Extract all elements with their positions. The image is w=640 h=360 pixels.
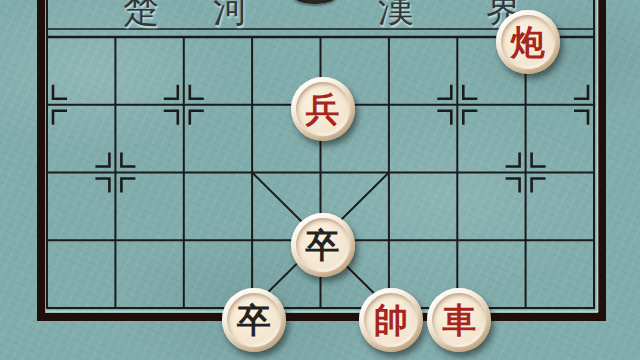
piece-red-general-f10[interactable]: 帥 xyxy=(359,288,423,352)
piece-red-cannon-h6[interactable]: 炮 xyxy=(496,10,560,74)
piece-glyph: 炮 xyxy=(511,25,545,59)
piece-red-chariot-g10[interactable]: 車 xyxy=(427,288,491,352)
piece-glyph: 兵 xyxy=(306,92,340,126)
piece-glyph: 卒 xyxy=(306,228,340,262)
river-char-he: 河 xyxy=(207,0,255,31)
piece-black-soldier-d10[interactable]: 卒 xyxy=(222,288,286,352)
piece-black-soldier-e9[interactable]: 卒 xyxy=(291,213,355,277)
river-char-chu: 楚 xyxy=(117,0,165,31)
piece-glyph: 車 xyxy=(442,303,476,337)
river-char-han: 漢 xyxy=(372,0,420,31)
xiangqi-board: 楚 河 漢 界 炮 兵 卒 卒 帥 車 xyxy=(0,0,640,360)
piece-glyph: 卒 xyxy=(237,303,271,337)
piece-red-soldier-e7[interactable]: 兵 xyxy=(291,77,355,141)
piece-glyph: 帥 xyxy=(374,303,408,337)
